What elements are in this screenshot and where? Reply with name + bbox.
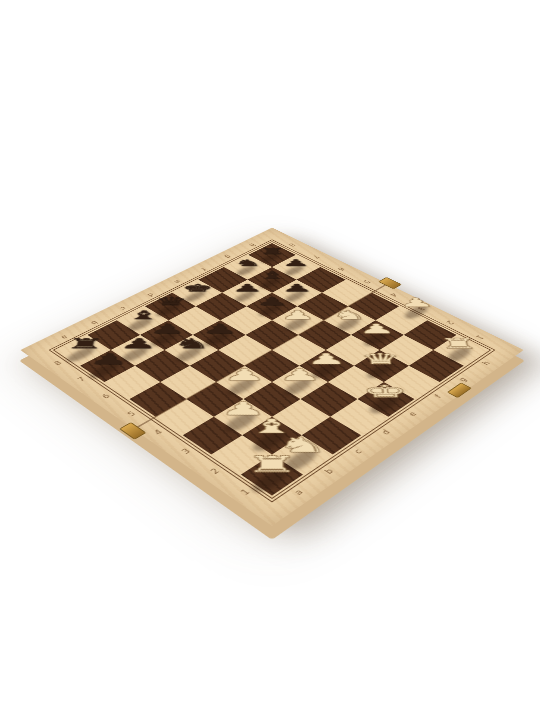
shadow-of-white-bishop	[249, 428, 291, 455]
square-a4[interactable]	[156, 399, 214, 435]
square-e1[interactable]	[358, 382, 415, 417]
shadow-of-white-rook	[246, 466, 292, 497]
square-c1[interactable]	[302, 417, 361, 455]
shadow-of-white-knight	[278, 446, 321, 475]
square-e2[interactable]	[328, 366, 384, 399]
square-d3[interactable]	[272, 366, 328, 399]
label-rank-6-west: 6	[96, 390, 117, 403]
square-a6[interactable]	[104, 366, 160, 399]
chess-board[interactable]: 11aa22bb33cc44dd55ee66ff77gg88hh ♜♞♟♝♚♟♟…	[20, 228, 523, 526]
square-d1[interactable]	[330, 399, 388, 435]
label-rank-8-west: 8	[48, 357, 68, 369]
square-a2[interactable]	[211, 435, 272, 474]
product-photo-chess-set: 11aa22bb33cc44dd55ee66ff77gg88hh ♜♞♟♝♚♟♟…	[0, 0, 540, 720]
label-file-a-south: a	[287, 484, 310, 500]
square-d2[interactable]	[300, 382, 357, 417]
square-b4[interactable]	[186, 382, 243, 417]
square-g1[interactable]	[409, 350, 464, 382]
label-file-h-south: h	[476, 357, 496, 369]
square-c3[interactable]	[243, 382, 300, 417]
label-file-c-south: c	[347, 444, 369, 458]
shadow-of-white-pawn	[220, 410, 260, 435]
square-f1[interactable]	[384, 366, 440, 399]
board-3d-scene: 11aa22bb33cc44dd55ee66ff77gg88hh ♜♞♟♝♚♟♟…	[0, 0, 540, 720]
square-b5[interactable]	[160, 366, 216, 399]
square-a5[interactable]	[129, 382, 186, 417]
label-rank-5-west: 5	[121, 407, 142, 420]
label-rank-1-west: 1	[234, 484, 257, 500]
shadow-of-black-pawn	[86, 360, 122, 380]
shadow-of-white-queen	[363, 360, 396, 380]
shadow-of-white-pawn	[280, 376, 316, 398]
square-a1[interactable]	[241, 454, 303, 495]
label-file-g-south: g	[452, 373, 473, 385]
label-rank-4-west: 4	[147, 425, 169, 439]
label-rank-2-west: 2	[204, 464, 227, 479]
shadow-of-white-king	[366, 393, 403, 416]
label-file-f-south: f	[428, 390, 449, 403]
square-b6[interactable]	[135, 350, 190, 382]
label-file-d-south: d	[375, 425, 397, 439]
square-b3[interactable]	[214, 399, 272, 435]
square-b1[interactable]	[272, 435, 333, 474]
square-c2[interactable]	[272, 399, 330, 435]
board-plane: 11aa22bb33cc44dd55ee66ff77gg88hh ♜♞♟♝♚♟♟…	[20, 228, 523, 526]
label-rank-3-west: 3	[175, 444, 197, 458]
square-c4[interactable]	[216, 366, 272, 399]
label-file-b-south: b	[318, 464, 341, 479]
square-b2[interactable]	[242, 417, 301, 455]
square-a3[interactable]	[183, 417, 242, 455]
label-rank-7-west: 7	[71, 373, 92, 385]
shadow-of-white-pawn	[223, 376, 260, 398]
shadow-of-white-pawn	[308, 360, 342, 380]
label-file-e-south: e	[402, 407, 423, 420]
